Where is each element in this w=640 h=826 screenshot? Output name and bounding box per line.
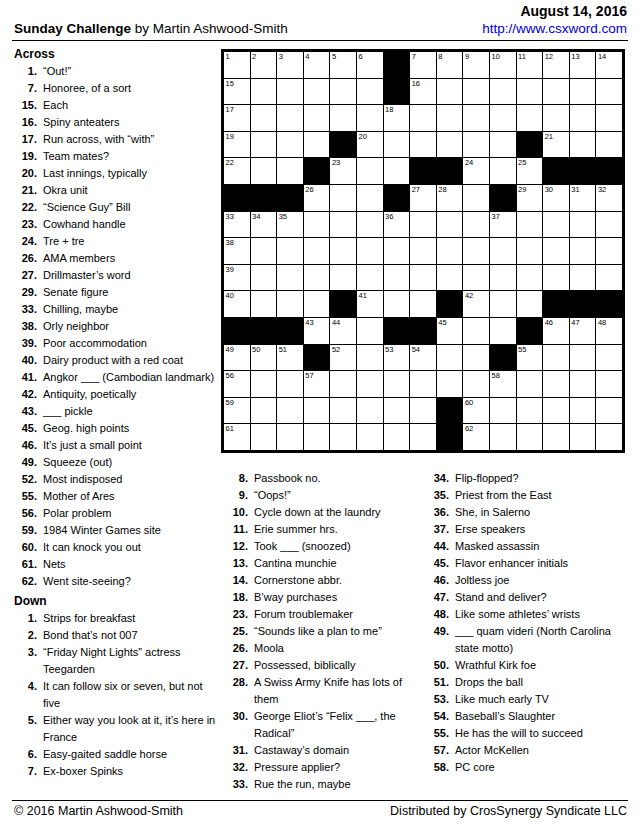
grid-cell[interactable]: 42 [463, 291, 489, 317]
grid-cell[interactable] [463, 79, 489, 105]
clue-down-57: 57.Actor McKellen [430, 742, 632, 759]
clue-down-45: 45.Flavor enhancer initials [430, 555, 632, 572]
grid-cell[interactable] [543, 265, 569, 291]
grid-cell[interactable]: 25 [517, 158, 543, 184]
grid-cell[interactable]: 29 [517, 185, 543, 211]
cell-number: 43 [305, 318, 313, 327]
clue-text: Stand and deliver? [455, 589, 547, 606]
black-cell [277, 185, 303, 211]
grid-cell[interactable]: 19 [224, 132, 250, 158]
cell-number: 13 [571, 52, 579, 61]
clue-number: 47. [430, 589, 449, 606]
grid-cell[interactable] [277, 398, 303, 424]
clue-down-14: 14.Cornerstone abbr. [228, 572, 428, 589]
grid-cell[interactable] [357, 238, 383, 264]
grid-cell[interactable] [517, 79, 543, 105]
grid-cell[interactable] [543, 345, 569, 371]
grid-cell[interactable] [517, 265, 543, 291]
grid-cell[interactable] [543, 371, 569, 397]
clue-text: Rue the run, maybe [254, 776, 351, 793]
grid-cell[interactable] [410, 105, 436, 131]
grid-cell[interactable]: 47 [570, 318, 596, 344]
clue-number: 34. [430, 470, 449, 487]
cell-number: 20 [359, 132, 367, 141]
grid-cell[interactable]: 37 [490, 212, 516, 238]
grid-cell[interactable] [251, 79, 277, 105]
grid-cell[interactable] [596, 345, 622, 371]
grid-cell[interactable] [410, 291, 436, 317]
grid-cell[interactable] [357, 158, 383, 184]
grid-cell[interactable] [490, 132, 516, 158]
cell-number: 16 [412, 79, 420, 88]
grid-cell[interactable]: 49 [224, 345, 250, 371]
clue-text: Took ___ (snoozed) [254, 538, 351, 555]
grid-cell[interactable]: 13 [570, 52, 596, 78]
grid-cell[interactable] [490, 158, 516, 184]
grid-cell[interactable]: 38 [224, 238, 250, 264]
down-header: Down [14, 593, 220, 610]
grid-cell[interactable]: 58 [490, 371, 516, 397]
cell-number: 9 [465, 52, 469, 61]
grid-cell[interactable] [517, 291, 543, 317]
clue-text: “Sounds like a plan to me” [254, 623, 382, 640]
grid-cell[interactable] [277, 424, 303, 450]
grid-cell[interactable] [596, 79, 622, 105]
grid-cell[interactable] [357, 212, 383, 238]
grid-cell[interactable]: 33 [224, 212, 250, 238]
grid-cell[interactable] [463, 265, 489, 291]
grid-cell[interactable] [463, 318, 489, 344]
grid-cell[interactable]: 48 [596, 318, 622, 344]
grid-cell[interactable]: 22 [224, 158, 250, 184]
clue-text: Squeeze (out) [43, 454, 112, 471]
black-cell [304, 345, 330, 371]
clue-number: 24. [14, 233, 37, 250]
grid-cell[interactable]: 9 [463, 52, 489, 78]
clue-across-38: 38.Orly neighbor [14, 318, 220, 335]
grid-cell[interactable] [490, 398, 516, 424]
cell-number: 61 [226, 424, 234, 433]
grid-cell[interactable]: 55 [517, 345, 543, 371]
grid-cell[interactable]: 6 [357, 52, 383, 78]
grid-cell[interactable]: 18 [384, 105, 410, 131]
grid-cell[interactable] [490, 424, 516, 450]
grid-cell[interactable] [330, 265, 356, 291]
byline: by Martin Ashwood-Smith [131, 21, 288, 36]
clue-down-5: 5.Either way you look at it, it’s here i… [14, 712, 220, 746]
grid-cell[interactable] [251, 238, 277, 264]
grid-cell[interactable] [384, 238, 410, 264]
grid-cell[interactable] [277, 291, 303, 317]
cell-number: 55 [518, 345, 526, 354]
grid-cell[interactable]: 20 [357, 132, 383, 158]
page-title: Sunday Challenge by Martin Ashwood-Smith [14, 21, 288, 36]
grid-cell[interactable] [463, 212, 489, 238]
clue-down-4: 4.It can follow six or seven, but not fi… [14, 678, 220, 712]
grid-cell[interactable] [330, 371, 356, 397]
grid-cell[interactable] [277, 371, 303, 397]
grid-cell[interactable] [463, 132, 489, 158]
grid-cell[interactable] [596, 371, 622, 397]
clue-across-45: 45.Geog. high points [14, 420, 220, 437]
grid-cell[interactable] [277, 79, 303, 105]
grid-cell[interactable] [330, 105, 356, 131]
grid-cell[interactable]: 5 [330, 52, 356, 78]
grid-cell[interactable] [570, 371, 596, 397]
clue-number: 6. [14, 746, 37, 763]
grid-cell[interactable] [517, 371, 543, 397]
clue-down-8: 8.Passbook no. [228, 470, 428, 487]
grid-cell[interactable] [437, 132, 463, 158]
cell-number: 22 [226, 158, 234, 167]
grid-cell[interactable] [304, 291, 330, 317]
grid-cell[interactable]: 44 [330, 318, 356, 344]
clue-across-55: 55.Mother of Ares [14, 488, 220, 505]
clue-down-32: 32.Pressure applier? [228, 759, 428, 776]
grid-cell[interactable]: 52 [330, 345, 356, 371]
grid-cell[interactable]: 51 [277, 345, 303, 371]
grid-cell[interactable] [357, 185, 383, 211]
grid-cell[interactable] [330, 185, 356, 211]
clue-number: 23. [228, 606, 248, 623]
clue-text: Easy-gaited saddle horse [43, 746, 167, 763]
grid-cell[interactable] [304, 132, 330, 158]
grid-cell[interactable] [277, 132, 303, 158]
grid-cell[interactable]: 3 [277, 52, 303, 78]
cell-number: 1 [226, 52, 230, 61]
grid-cell[interactable] [304, 79, 330, 105]
clue-number: 7. [14, 80, 37, 97]
grid-cell[interactable]: 8 [437, 52, 463, 78]
grid-cell[interactable] [517, 424, 543, 450]
grid-cell[interactable] [384, 398, 410, 424]
grid-cell[interactable] [437, 212, 463, 238]
clue-number: 44. [430, 538, 449, 555]
grid-cell[interactable] [437, 265, 463, 291]
clue-down-54: 54.Baseball’s Slaughter [430, 708, 632, 725]
clue-number: 1. [14, 63, 37, 80]
cell-number: 35 [279, 212, 287, 221]
grid-cell[interactable] [330, 79, 356, 105]
grid-cell[interactable] [596, 238, 622, 264]
grid-cell[interactable] [304, 398, 330, 424]
clue-text: She, in Salerno [455, 504, 530, 521]
footer-copyright: © 2016 Martin Ashwood-Smith [14, 804, 183, 818]
grid-cell[interactable] [277, 238, 303, 264]
grid-cell[interactable]: 41 [357, 291, 383, 317]
grid-cell[interactable] [304, 265, 330, 291]
clue-number: 48. [430, 606, 449, 623]
grid-cell[interactable] [330, 398, 356, 424]
grid-cell[interactable]: 59 [224, 398, 250, 424]
grid-cell[interactable]: 23 [330, 158, 356, 184]
grid-cell[interactable] [277, 158, 303, 184]
grid-cell[interactable]: 27 [410, 185, 436, 211]
grid-cell[interactable] [463, 105, 489, 131]
grid-cell[interactable] [330, 424, 356, 450]
grid-cell[interactable]: 43 [304, 318, 330, 344]
clue-across-29: 29.Senate figure [14, 284, 220, 301]
grid-cell[interactable] [277, 265, 303, 291]
grid-cell[interactable]: 24 [463, 158, 489, 184]
clue-text: Forum troublemaker [254, 606, 353, 623]
grid-cell[interactable] [304, 424, 330, 450]
grid-cell[interactable] [437, 238, 463, 264]
grid-cell[interactable]: 31 [570, 185, 596, 211]
grid-cell[interactable] [357, 398, 383, 424]
grid-cell[interactable] [463, 185, 489, 211]
grid-cell[interactable] [596, 105, 622, 131]
clue-text: Wrathful Kirk foe [455, 657, 536, 674]
grid-cell[interactable] [596, 132, 622, 158]
footer-rule [12, 800, 628, 801]
grid-cell[interactable]: 12 [543, 52, 569, 78]
grid-cell[interactable] [304, 212, 330, 238]
grid-cell[interactable] [304, 238, 330, 264]
grid-cell[interactable] [570, 265, 596, 291]
grid-cell[interactable]: 53 [384, 345, 410, 371]
grid-cell[interactable]: 60 [463, 398, 489, 424]
grid-cell[interactable] [437, 371, 463, 397]
grid-cell[interactable]: 35 [277, 212, 303, 238]
clue-number: 45. [430, 555, 449, 572]
grid-cell[interactable] [596, 398, 622, 424]
black-cell [384, 52, 410, 78]
grid-cell[interactable]: 28 [437, 185, 463, 211]
grid-cell[interactable]: 62 [463, 424, 489, 450]
clue-number: 26. [14, 250, 37, 267]
grid-cell[interactable] [410, 265, 436, 291]
clue-across-21: 21.Okra unit [14, 182, 220, 199]
cell-number: 8 [438, 52, 442, 61]
cell-number: 39 [226, 265, 234, 274]
grid-cell[interactable]: 50 [251, 345, 277, 371]
grid-cell[interactable] [517, 105, 543, 131]
clue-number: 42. [14, 386, 37, 403]
grid-cell[interactable]: 26 [304, 185, 330, 211]
clue-text: It can follow six or seven, but not five [43, 678, 220, 712]
clue-number: 8. [228, 470, 248, 487]
grid-cell[interactable] [251, 424, 277, 450]
grid-cell[interactable] [357, 79, 383, 105]
grid-cell[interactable] [277, 105, 303, 131]
clue-across-56: 56.Polar problem [14, 505, 220, 522]
grid-cell[interactable] [384, 371, 410, 397]
grid-cell[interactable] [251, 158, 277, 184]
grid-cell[interactable]: 15 [224, 79, 250, 105]
grid-cell[interactable] [251, 105, 277, 131]
grid-cell[interactable] [357, 424, 383, 450]
black-cell [437, 398, 463, 424]
footer-distributor: Distributed by CrosSynergy Syndicate LLC [390, 804, 627, 818]
grid-cell[interactable] [490, 265, 516, 291]
cell-number: 37 [492, 212, 500, 221]
grid-cell[interactable] [357, 318, 383, 344]
grid-cell[interactable]: 34 [251, 212, 277, 238]
clue-number: 53. [430, 691, 449, 708]
grid-cell[interactable] [570, 238, 596, 264]
clue-text: Cowhand handle [43, 216, 126, 233]
clue-number: 38. [14, 318, 37, 335]
grid-cell[interactable] [463, 345, 489, 371]
grid-cell[interactable] [517, 238, 543, 264]
grid-cell[interactable] [517, 212, 543, 238]
grid-cell[interactable] [437, 105, 463, 131]
grid-cell[interactable]: 2 [251, 52, 277, 78]
clue-number: 56. [14, 505, 37, 522]
cell-number: 38 [226, 238, 234, 247]
clue-number: 28. [228, 674, 248, 708]
grid-cell[interactable] [251, 291, 277, 317]
grid-cell[interactable]: 21 [543, 132, 569, 158]
grid-cell[interactable] [570, 79, 596, 105]
grid-cell[interactable] [596, 265, 622, 291]
grid-cell[interactable] [517, 398, 543, 424]
black-cell [543, 291, 569, 317]
grid-cell[interactable] [384, 158, 410, 184]
grid-cell[interactable] [596, 424, 622, 450]
grid-cell[interactable]: 54 [410, 345, 436, 371]
black-cell [330, 291, 356, 317]
grid-cell[interactable] [490, 318, 516, 344]
grid-cell[interactable] [410, 238, 436, 264]
clue-text: George Eliot’s “Felix ___, the Radical” [254, 708, 428, 742]
grid-cell[interactable] [543, 398, 569, 424]
grid-cell[interactable] [570, 424, 596, 450]
grid-cell[interactable] [543, 212, 569, 238]
grid-cell[interactable] [463, 371, 489, 397]
cell-number: 24 [465, 158, 473, 167]
grid-cell[interactable]: 7 [410, 52, 436, 78]
cell-number: 54 [412, 345, 420, 354]
grid-cell[interactable] [384, 132, 410, 158]
grid-cell[interactable] [357, 371, 383, 397]
clue-down-46: 46.Joltless joe [430, 572, 632, 589]
grid-cell[interactable]: 16 [410, 79, 436, 105]
clue-across-46: 46.It’s just a small point [14, 437, 220, 454]
grid-cell[interactable] [490, 105, 516, 131]
grid-cell[interactable] [330, 238, 356, 264]
black-cell [570, 291, 596, 317]
grid-cell[interactable]: 46 [543, 318, 569, 344]
clue-number: 37. [430, 521, 449, 538]
grid-cell[interactable]: 1 [224, 52, 250, 78]
clue-across-59: 59.1984 Winter Games site [14, 522, 220, 539]
grid-cell[interactable] [384, 265, 410, 291]
clue-text: Went site-seeing? [43, 573, 131, 590]
grid-cell[interactable] [490, 79, 516, 105]
site-url-link[interactable]: http://www.csxword.com [482, 21, 627, 36]
grid-cell[interactable]: 30 [543, 185, 569, 211]
black-cell [304, 158, 330, 184]
grid-cell[interactable]: 32 [596, 185, 622, 211]
grid-cell[interactable]: 11 [517, 52, 543, 78]
clue-text: “Friday Night Lights” actress Teegarden [43, 644, 220, 678]
clue-number: 21. [14, 182, 37, 199]
clue-number: 49. [14, 454, 37, 471]
grid-cell[interactable] [543, 424, 569, 450]
clue-down-44: 44.Masked assassin [430, 538, 632, 555]
grid-cell[interactable]: 45 [437, 318, 463, 344]
clue-number: 55. [14, 488, 37, 505]
grid-cell[interactable] [463, 238, 489, 264]
grid-cell[interactable] [251, 371, 277, 397]
clue-down-47: 47.Stand and deliver? [430, 589, 632, 606]
grid-cell[interactable] [596, 212, 622, 238]
grid-cell[interactable] [543, 79, 569, 105]
grid-cell[interactable] [357, 265, 383, 291]
grid-cell[interactable] [543, 238, 569, 264]
grid-cell[interactable] [570, 212, 596, 238]
grid-cell[interactable] [570, 132, 596, 158]
grid-cell[interactable]: 36 [384, 212, 410, 238]
grid-cell[interactable] [330, 212, 356, 238]
grid-cell[interactable] [570, 398, 596, 424]
grid-cell[interactable] [410, 371, 436, 397]
grid-cell[interactable] [410, 132, 436, 158]
grid-cell[interactable] [410, 398, 436, 424]
cell-number: 34 [252, 212, 260, 221]
grid-cell[interactable] [304, 105, 330, 131]
clue-across-19: 19.Team mates? [14, 148, 220, 165]
cell-number: 57 [305, 371, 313, 380]
clue-number: 46. [14, 437, 37, 454]
clue-text: Poor accommodation [43, 335, 147, 352]
grid-cell[interactable] [410, 212, 436, 238]
clue-number: 26. [228, 640, 248, 657]
grid-cell[interactable]: 4 [304, 52, 330, 78]
grid-cell[interactable] [437, 79, 463, 105]
clue-text: Senate figure [43, 284, 108, 301]
grid-cell[interactable] [570, 105, 596, 131]
clue-number: 17. [14, 131, 37, 148]
grid-cell[interactable]: 57 [304, 371, 330, 397]
black-cell [437, 158, 463, 184]
grid-cell[interactable] [357, 105, 383, 131]
grid-cell[interactable]: 39 [224, 265, 250, 291]
grid-cell[interactable]: 40 [224, 291, 250, 317]
grid-cell[interactable] [490, 291, 516, 317]
clue-text: PC core [455, 759, 495, 776]
grid-cell[interactable] [384, 291, 410, 317]
grid-cell[interactable] [543, 105, 569, 131]
grid-cell[interactable]: 61 [224, 424, 250, 450]
grid-cell[interactable]: 56 [224, 371, 250, 397]
clue-text: Castaway’s domain [254, 742, 349, 759]
clue-text: Erie summer hrs. [254, 521, 338, 538]
clue-across-22: 22.“Science Guy” Bill [14, 199, 220, 216]
cell-number: 31 [571, 185, 579, 194]
black-cell [251, 318, 277, 344]
grid-cell[interactable] [410, 424, 436, 450]
grid-cell[interactable]: 14 [596, 52, 622, 78]
grid-cell[interactable] [251, 132, 277, 158]
grid-cell[interactable] [251, 265, 277, 291]
grid-cell[interactable] [437, 345, 463, 371]
grid-cell[interactable] [570, 345, 596, 371]
clue-across-62: 62.Went site-seeing? [14, 573, 220, 590]
clue-text: Nets [43, 556, 66, 573]
grid-cell[interactable]: 17 [224, 105, 250, 131]
grid-cell[interactable]: 10 [490, 52, 516, 78]
grid-cell[interactable] [384, 424, 410, 450]
grid-cell[interactable] [357, 345, 383, 371]
clue-number: 33. [228, 776, 248, 793]
grid-cell[interactable] [490, 238, 516, 264]
grid-cell[interactable] [251, 398, 277, 424]
clue-text: Cantina munchie [254, 555, 337, 572]
clue-number: 19. [14, 148, 37, 165]
